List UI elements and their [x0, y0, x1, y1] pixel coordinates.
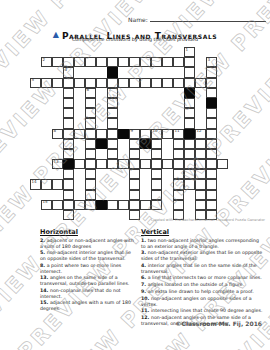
grid-gap — [140, 88, 151, 98]
clue-11: 11. intersecting lines that create 90 de… — [141, 308, 263, 314]
grid-gap — [96, 108, 107, 118]
grid-cell[interactable] — [107, 118, 118, 128]
grid-gap — [151, 88, 162, 98]
grid-cell[interactable] — [195, 159, 206, 169]
grid-cell[interactable] — [85, 169, 96, 179]
grid-gap — [41, 98, 52, 108]
grid-cell[interactable] — [74, 129, 85, 139]
grid-cell[interactable] — [107, 98, 118, 108]
grid-cell[interactable] — [52, 78, 63, 88]
grid-cell[interactable] — [74, 78, 85, 88]
grid-cell[interactable]: 2 — [41, 57, 52, 67]
grid-gap — [162, 108, 173, 118]
grid-gap — [96, 88, 107, 98]
grid-cell[interactable] — [63, 190, 74, 200]
grid-cell[interactable] — [206, 169, 217, 179]
grid-cell[interactable] — [151, 159, 162, 169]
grid-gap — [195, 67, 206, 77]
grid-gap — [74, 108, 85, 118]
grid-gap — [96, 169, 107, 179]
clue-number: 12 — [197, 129, 202, 133]
grid-gap — [129, 98, 140, 108]
grid-gap — [118, 139, 129, 149]
grid-cell[interactable] — [129, 159, 140, 169]
grid-cell[interactable] — [85, 200, 96, 210]
grid-cell[interactable] — [96, 57, 107, 67]
grid-cell[interactable] — [63, 108, 74, 118]
grid-gap — [96, 118, 107, 128]
grid-gap — [217, 78, 228, 88]
clue-number: 15 — [43, 200, 48, 204]
grid-cell[interactable] — [140, 78, 151, 88]
grid-cell[interactable] — [85, 139, 96, 149]
grid-gap — [74, 179, 85, 189]
grid-gap — [74, 67, 85, 77]
grid-gap — [217, 200, 228, 210]
grid-cell[interactable] — [74, 159, 85, 169]
grid-cell[interactable] — [195, 78, 206, 88]
grid-cell[interactable]: 3 — [206, 57, 217, 67]
grid-cell[interactable] — [206, 78, 217, 88]
grid-gap — [74, 149, 85, 159]
grid-gap — [217, 108, 228, 118]
blocked-cell — [107, 67, 118, 77]
grid-gap — [74, 139, 85, 149]
grid-gap — [217, 129, 228, 139]
grid-gap — [151, 118, 162, 128]
vertical-clues-list: 1. two non-adjacent interior angles corr… — [141, 238, 263, 326]
clue-7: 7. angles located on the outside of a fi… — [141, 282, 263, 288]
blocked-cell — [184, 129, 195, 139]
grid-gap — [140, 67, 151, 77]
grid-cell[interactable]: 15 — [41, 200, 52, 210]
grid-gap — [129, 47, 140, 57]
grid-gap — [30, 139, 41, 149]
grid-cell[interactable] — [162, 129, 173, 139]
grid-cell[interactable] — [118, 78, 129, 88]
grid-gap — [173, 88, 184, 98]
grid-cell[interactable] — [85, 149, 96, 159]
grid-gap — [96, 190, 107, 200]
grid-gap — [41, 67, 52, 77]
grid-gap — [96, 149, 107, 159]
grid-cell[interactable] — [96, 129, 107, 139]
grid-cell[interactable] — [63, 169, 74, 179]
grid-gap — [217, 139, 228, 149]
grid-gap — [41, 190, 52, 200]
grid-cell[interactable] — [129, 78, 140, 88]
grid-gap — [74, 88, 85, 98]
grid-gap — [184, 200, 195, 210]
grid-gap — [140, 169, 151, 179]
grid-cell[interactable] — [129, 200, 140, 210]
grid-gap — [217, 179, 228, 189]
grid-gap — [118, 169, 129, 179]
grid-gap — [96, 47, 107, 57]
grid-cell[interactable] — [41, 179, 52, 189]
clue-4: 4. interior angles that lie on the same … — [141, 263, 263, 274]
grid-cell[interactable] — [52, 57, 63, 67]
grid-gap — [30, 210, 41, 220]
grid-cell[interactable] — [63, 129, 74, 139]
grid-cell[interactable] — [41, 78, 52, 88]
grid-gap — [74, 190, 85, 200]
grid-cell[interactable]: 4 — [63, 67, 74, 77]
grid-cell[interactable] — [129, 149, 140, 159]
grid-cell[interactable] — [184, 139, 195, 149]
grid-cell[interactable] — [173, 78, 184, 88]
grid-cell[interactable] — [151, 179, 162, 189]
grid-cell[interactable] — [85, 118, 96, 128]
grid-gap — [151, 108, 162, 118]
horizontal-clues-header: Horizontal — [40, 228, 137, 236]
grid-cell[interactable] — [173, 159, 184, 169]
blocked-cell — [140, 139, 151, 149]
grid-cell[interactable] — [162, 57, 173, 67]
grid-gap — [217, 57, 228, 67]
clue-3: 3. non-adjacent exterior angles that lie… — [141, 250, 263, 261]
grid-gap — [41, 108, 52, 118]
grid-cell[interactable] — [206, 88, 217, 98]
grid-cell[interactable] — [184, 159, 195, 169]
grid-gap — [140, 190, 151, 200]
grid-cell[interactable] — [217, 159, 228, 169]
grid-gap — [217, 88, 228, 98]
grid-cell[interactable] — [85, 98, 96, 108]
grid-cell[interactable] — [195, 169, 206, 179]
grid-cell[interactable]: 6 — [85, 88, 96, 98]
clue-number: 10 — [153, 129, 158, 133]
grid-gap — [30, 47, 41, 57]
grid-cell[interactable] — [151, 139, 162, 149]
grid-cell[interactable] — [206, 200, 217, 210]
vertical-clues: Vertical 1. two non-adjacent interior an… — [141, 228, 263, 328]
grid-gap — [140, 118, 151, 128]
clue-number: 6 — [87, 88, 90, 92]
grid-cell[interactable] — [63, 139, 74, 149]
clue-number: 7 — [109, 88, 112, 92]
grid-gap — [195, 88, 206, 98]
grid-cell[interactable] — [107, 129, 118, 139]
grid-cell[interactable] — [195, 179, 206, 189]
grid-gap — [41, 118, 52, 128]
instructions: Complete the crossword by using the clue… — [0, 37, 270, 42]
grid-cell[interactable] — [184, 108, 195, 118]
grid-gap — [129, 88, 140, 98]
grid-cell[interactable] — [206, 67, 217, 77]
grid-cell[interactable] — [151, 149, 162, 159]
grid-cell[interactable] — [206, 190, 217, 200]
grid-cell[interactable] — [52, 200, 63, 210]
clue-8: 8. a point where two or more lines inter… — [40, 263, 137, 274]
grid-gap — [195, 57, 206, 67]
grid-cell[interactable] — [63, 88, 74, 98]
grid-gap — [41, 88, 52, 98]
generator-credit: Created with TheTeachersCorner.net Cross… — [95, 218, 265, 222]
grid-cell[interactable] — [118, 57, 129, 67]
grid-gap — [41, 139, 52, 149]
grid-gap — [52, 98, 63, 108]
grid-cell[interactable] — [206, 118, 217, 128]
grid-gap — [140, 98, 151, 108]
grid-cell[interactable] — [74, 57, 85, 67]
blocked-cell — [118, 129, 129, 139]
grid-gap — [52, 139, 63, 149]
grid-gap — [74, 47, 85, 57]
grid-gap — [41, 169, 52, 179]
grid-cell[interactable] — [184, 67, 195, 77]
grid-gap — [52, 169, 63, 179]
grid-cell[interactable] — [85, 78, 96, 88]
grid-gap — [85, 67, 96, 77]
grid-cell[interactable] — [129, 139, 140, 149]
grid-cell[interactable] — [151, 200, 162, 210]
grid-cell[interactable] — [206, 149, 217, 159]
grid-cell[interactable] — [140, 200, 151, 210]
grid-gap — [96, 67, 107, 77]
grid-gap — [107, 47, 118, 57]
grid-cell[interactable] — [63, 118, 74, 128]
grid-gap — [151, 67, 162, 77]
clue-14: 14. non-coplanar lines that do not inter… — [40, 288, 137, 299]
grid-cell[interactable] — [107, 159, 118, 169]
clue-9: 9. an extra line drawn to help complete … — [141, 289, 263, 295]
grid-cell[interactable] — [85, 108, 96, 118]
grid-cell[interactable] — [151, 169, 162, 179]
clue-6: 6. a line that intersects two or more co… — [141, 275, 263, 281]
grid-cell[interactable] — [107, 108, 118, 118]
grid-cell[interactable] — [195, 200, 206, 210]
grid-cell[interactable]: 13 — [52, 159, 63, 169]
grid-cell[interactable] — [129, 179, 140, 189]
grid-cell[interactable] — [52, 179, 63, 189]
grid-cell[interactable] — [151, 78, 162, 88]
grid-gap — [52, 118, 63, 128]
blocked-cell — [96, 139, 107, 149]
grid-gap — [173, 47, 184, 57]
grid-gap — [217, 98, 228, 108]
grid-gap — [217, 149, 228, 159]
grid-gap — [30, 149, 41, 159]
grid-cell[interactable] — [107, 139, 118, 149]
grid-gap — [195, 47, 206, 57]
grid-cell[interactable] — [195, 139, 206, 149]
grid-gap — [41, 210, 52, 220]
grid-cell[interactable] — [173, 179, 184, 189]
grid-cell[interactable]: 7 — [107, 88, 118, 98]
grid-gap — [30, 129, 41, 139]
grid-cell[interactable]: 10 — [151, 129, 162, 139]
grid-cell[interactable] — [173, 139, 184, 149]
grid-cell[interactable] — [173, 57, 184, 67]
crossword-grid: 123456789101112131415 — [30, 47, 228, 220]
grid-cell[interactable] — [206, 139, 217, 149]
grid-cell[interactable] — [96, 78, 107, 88]
grid-gap — [41, 159, 52, 169]
clue-number: 1 — [186, 48, 189, 52]
clue-number: 11 — [175, 129, 180, 133]
grid-cell[interactable] — [184, 98, 195, 108]
grid-cell[interactable] — [173, 169, 184, 179]
grid-gap — [30, 88, 41, 98]
grid-cell[interactable] — [85, 57, 96, 67]
grid-cell[interactable] — [206, 108, 217, 118]
grid-cell[interactable]: 1 — [184, 47, 195, 57]
grid-gap — [129, 108, 140, 118]
grid-cell[interactable] — [206, 129, 217, 139]
grid-gap — [96, 98, 107, 108]
grid-gap — [118, 179, 129, 189]
grid-gap — [162, 47, 173, 57]
name-underline — [150, 14, 266, 22]
grid-cell[interactable] — [184, 78, 195, 88]
grid-cell[interactable] — [184, 179, 195, 189]
grid-cell[interactable] — [206, 159, 217, 169]
grid-gap — [74, 169, 85, 179]
clue-10: 10. non-adjacent angles on opposite side… — [141, 296, 263, 307]
grid-gap — [162, 139, 173, 149]
name-field: Name: — [128, 14, 266, 23]
clue-number: 5 — [32, 78, 35, 82]
grid-gap — [30, 57, 41, 67]
grid-gap — [162, 200, 173, 210]
grid-gap — [74, 118, 85, 128]
grid-cell[interactable] — [74, 200, 85, 210]
grid-cell[interactable] — [85, 190, 96, 200]
grid-cell[interactable] — [107, 57, 118, 67]
grid-cell[interactable] — [173, 190, 184, 200]
grid-gap — [217, 118, 228, 128]
grid-gap — [206, 47, 217, 57]
grid-gap — [52, 149, 63, 159]
grid-gap — [30, 190, 41, 200]
grid-cell[interactable] — [63, 57, 74, 67]
grid-gap — [162, 149, 173, 159]
grid-gap — [173, 67, 184, 77]
grid-cell[interactable] — [129, 190, 140, 200]
grid-gap — [162, 190, 173, 200]
grid-cell[interactable]: 8 — [52, 129, 63, 139]
grid-gap — [30, 159, 41, 169]
grid-gap — [162, 67, 173, 77]
name-label: Name: — [128, 16, 148, 23]
grid-cell[interactable] — [140, 129, 151, 139]
grid-cell[interactable] — [107, 78, 118, 88]
grid-cell[interactable] — [140, 57, 151, 67]
grid-gap — [52, 67, 63, 77]
grid-cell[interactable] — [107, 149, 118, 159]
grid-gap — [30, 98, 41, 108]
grid-cell[interactable]: 11 — [173, 129, 184, 139]
grid-gap — [162, 98, 173, 108]
grid-gap — [41, 47, 52, 57]
grid-gap — [140, 47, 151, 57]
grid-gap — [151, 47, 162, 57]
grid-cell[interactable] — [63, 78, 74, 88]
grid-cell[interactable]: 5 — [30, 78, 41, 88]
grid-cell[interactable] — [151, 190, 162, 200]
grid-cell[interactable] — [206, 179, 217, 189]
grid-cell[interactable] — [85, 129, 96, 139]
horizontal-clues-list: 2. adjacent or non-adjacent angles with … — [40, 238, 137, 312]
grid-gap — [30, 108, 41, 118]
grid-gap — [173, 118, 184, 128]
grid-gap — [52, 190, 63, 200]
grid-cell[interactable] — [107, 200, 118, 210]
clue-number: 13 — [54, 160, 59, 164]
blocked-cell — [206, 98, 217, 108]
grid-cell[interactable] — [85, 179, 96, 189]
grid-cell[interactable] — [184, 149, 195, 159]
grid-cell[interactable] — [173, 200, 184, 210]
grid-gap — [184, 190, 195, 200]
clue-number: 2 — [43, 58, 46, 62]
grid-gap — [173, 98, 184, 108]
grid-cell[interactable]: 14 — [30, 179, 41, 189]
grid-gap — [118, 118, 129, 128]
grid-gap — [63, 47, 74, 57]
grid-cell[interactable] — [151, 57, 162, 67]
grid-gap — [107, 179, 118, 189]
grid-cell[interactable] — [63, 98, 74, 108]
grid-gap — [118, 190, 129, 200]
blocked-cell — [63, 159, 74, 169]
grid-gap — [30, 169, 41, 179]
grid-cell[interactable] — [63, 149, 74, 159]
clue-2: 2. adjacent or non-adjacent angles with … — [40, 238, 137, 249]
grid-cell[interactable] — [173, 149, 184, 159]
grid-gap — [140, 179, 151, 189]
grid-cell[interactable] — [195, 190, 206, 200]
grid-gap — [118, 67, 129, 77]
grid-cell[interactable] — [118, 159, 129, 169]
clue-number: 9 — [131, 129, 134, 133]
grid-gap — [195, 108, 206, 118]
grid-cell[interactable] — [195, 149, 206, 159]
grid-cell[interactable] — [118, 200, 129, 210]
grid-cell[interactable] — [184, 169, 195, 179]
clue-number: 8 — [54, 129, 57, 133]
grid-cell[interactable] — [96, 159, 107, 169]
grid-gap — [129, 67, 140, 77]
grid-cell[interactable] — [184, 57, 195, 67]
grid-cell[interactable] — [63, 210, 74, 220]
grid-gap — [118, 88, 129, 98]
grid-cell[interactable]: 12 — [195, 129, 206, 139]
grid-gap — [74, 98, 85, 108]
grid-cell[interactable] — [63, 200, 74, 210]
grid-cell[interactable] — [184, 118, 195, 128]
grid-cell[interactable] — [162, 159, 173, 169]
grid-gap — [52, 108, 63, 118]
grid-cell[interactable] — [162, 78, 173, 88]
grid-gap — [118, 98, 129, 108]
grid-cell[interactable] — [140, 159, 151, 169]
grid-gap — [195, 118, 206, 128]
grid-cell[interactable] — [129, 169, 140, 179]
clue-1: 1. two non-adjacent interior angles corr… — [141, 238, 263, 249]
grid-gap — [107, 169, 118, 179]
grid-gap — [195, 98, 206, 108]
clue-number: 4 — [65, 68, 68, 72]
grid-gap — [140, 108, 151, 118]
grid-cell[interactable] — [63, 179, 74, 189]
grid-gap — [41, 129, 52, 139]
grid-cell[interactable] — [85, 159, 96, 169]
grid-cell[interactable] — [129, 57, 140, 67]
grid-gap — [162, 179, 173, 189]
grid-cell[interactable]: 9 — [129, 129, 140, 139]
